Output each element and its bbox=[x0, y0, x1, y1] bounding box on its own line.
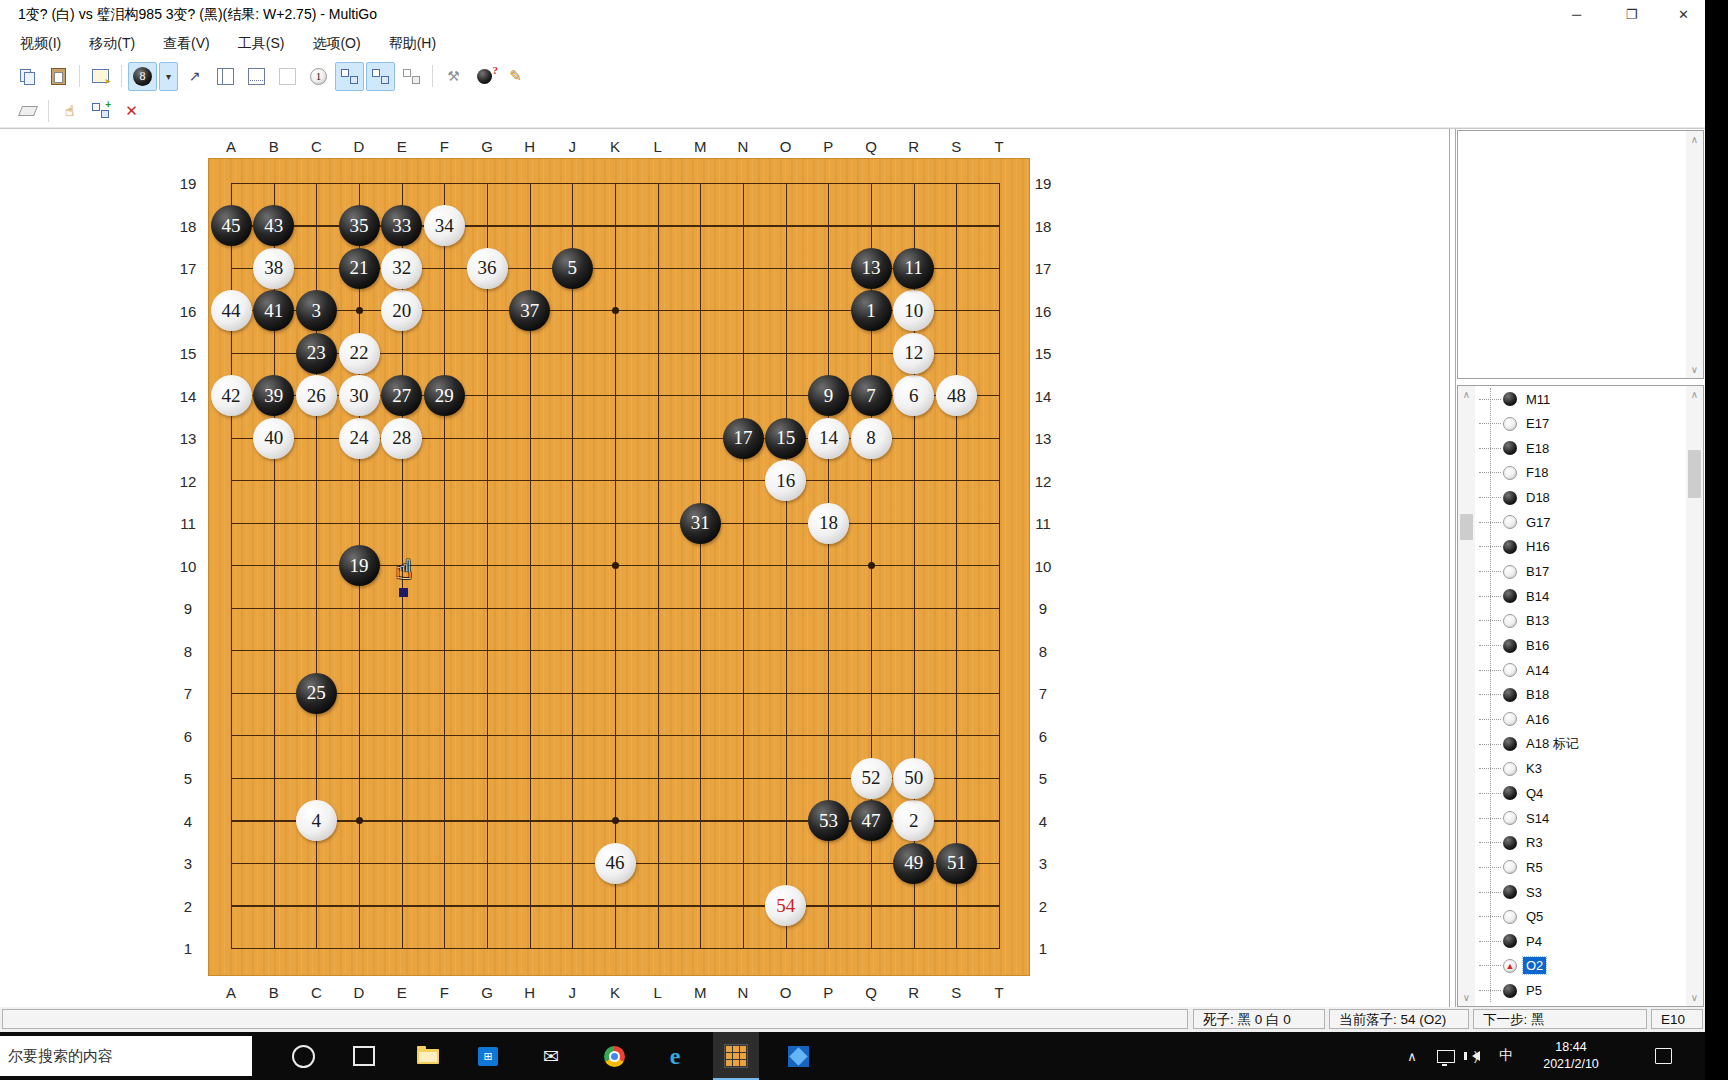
tree-connector bbox=[1479, 620, 1501, 621]
tree-move-label: Q4 bbox=[1523, 785, 1546, 802]
tree-connector bbox=[1479, 990, 1501, 991]
row-label-left-18: 18 bbox=[180, 217, 197, 234]
black-stone-icon bbox=[1503, 737, 1517, 751]
tools-icon: ⚒ bbox=[447, 68, 460, 84]
row-label-right-2: 2 bbox=[1039, 897, 1047, 914]
scroll-thumb[interactable] bbox=[1688, 450, 1701, 498]
status-filler bbox=[2, 1009, 1188, 1029]
tree-right-scrollbar[interactable]: ∧ ∨ bbox=[1686, 386, 1703, 1006]
col-label-bottom-R: R bbox=[908, 984, 919, 1001]
row-label-left-2: 2 bbox=[184, 897, 192, 914]
tree-connector bbox=[1479, 719, 1501, 720]
col-label-top-F: F bbox=[440, 138, 449, 155]
tree-move-label: M11 bbox=[1523, 391, 1553, 408]
col-label-bottom-D: D bbox=[354, 984, 365, 1001]
number-style-1-icon: 1 bbox=[310, 68, 327, 85]
copy-button[interactable] bbox=[13, 62, 42, 91]
row-label-left-7: 7 bbox=[184, 685, 192, 702]
col-label-bottom-J: J bbox=[569, 984, 577, 1001]
tree-move-M11[interactable]: M11 bbox=[1458, 388, 1553, 410]
jump-move-icon: ↗ bbox=[189, 68, 201, 84]
col-label-top-K: K bbox=[610, 138, 620, 155]
tree-move-A18[interactable]: A18 标记 bbox=[1458, 733, 1582, 755]
task-view-taskbar-button[interactable] bbox=[341, 1032, 387, 1080]
pane-blank-button[interactable] bbox=[273, 62, 302, 91]
tree-connector bbox=[1479, 546, 1501, 547]
multigo-window: 1变? (白) vs 璧泪构985 3变? (黑)(结果: W+2.75) - … bbox=[0, 0, 1728, 1080]
row-label-right-1: 1 bbox=[1039, 940, 1047, 957]
tree-connector bbox=[1479, 941, 1501, 942]
file-explorer-taskbar-button[interactable] bbox=[405, 1032, 451, 1080]
tree-connector bbox=[1479, 768, 1501, 769]
delete-node-button[interactable]: ✕ bbox=[117, 96, 146, 125]
row-label-left-11: 11 bbox=[180, 515, 196, 532]
tree-connector bbox=[1479, 842, 1501, 843]
col-label-bottom-T: T bbox=[994, 984, 1003, 1001]
scroll-up-icon[interactable]: ∧ bbox=[1686, 134, 1703, 145]
white-stone-icon bbox=[1503, 515, 1517, 529]
col-label-top-L: L bbox=[654, 138, 662, 155]
jump-move-button[interactable]: ↗ bbox=[180, 62, 209, 91]
tree-move-label: B16 bbox=[1523, 637, 1552, 654]
edit-brush-icon: ✎ bbox=[509, 67, 522, 85]
tree-move-label: S14 bbox=[1523, 810, 1552, 827]
row-label-right-8: 8 bbox=[1039, 642, 1047, 659]
status-current-move: 当前落子: 54 (O2) bbox=[1329, 1009, 1469, 1029]
menu-item-4[interactable]: 选项(O) bbox=[312, 35, 360, 53]
tree-move-label: E17 bbox=[1523, 415, 1552, 432]
mail-taskbar-button[interactable]: ✉ bbox=[528, 1032, 574, 1080]
white-stone-icon bbox=[1503, 860, 1517, 874]
col-label-top-E: E bbox=[397, 138, 407, 155]
black-stone-icon bbox=[1503, 934, 1517, 948]
tree-move-label: F18 bbox=[1523, 464, 1551, 481]
tree-move-Q4[interactable]: Q4 bbox=[1458, 782, 1546, 804]
edge-taskbar-button[interactable]: e bbox=[652, 1032, 698, 1080]
pane-comment-icon bbox=[248, 68, 265, 85]
copy-icon bbox=[20, 69, 35, 84]
tree-move-label: B14 bbox=[1523, 588, 1552, 605]
col-label-bottom-E: E bbox=[397, 984, 407, 1001]
tree-siblings-icon bbox=[341, 69, 358, 84]
tree-move-A14[interactable]: A14 bbox=[1458, 659, 1552, 681]
tree-move-label: P4 bbox=[1523, 933, 1545, 950]
row-label-left-9: 9 bbox=[184, 600, 192, 617]
black-stone-icon bbox=[1503, 688, 1517, 702]
scroll-down-icon[interactable]: ∨ bbox=[1686, 992, 1703, 1003]
tree-connector bbox=[1479, 399, 1501, 400]
col-label-bottom-L: L bbox=[654, 984, 662, 1001]
black-stone-icon bbox=[1503, 836, 1517, 850]
row-label-right-12: 12 bbox=[1035, 472, 1052, 489]
paste-button[interactable] bbox=[44, 62, 73, 91]
toolbar-main: 8▾↗1⚒?✎ bbox=[0, 58, 1728, 94]
tree-move-B13[interactable]: B13 bbox=[1458, 610, 1552, 632]
menu-item-0[interactable]: 视频(I) bbox=[20, 35, 61, 53]
tree-connector bbox=[1479, 867, 1501, 868]
tree-structure-button[interactable] bbox=[397, 62, 426, 91]
row-label-left-10: 10 bbox=[180, 557, 197, 574]
col-label-bottom-N: N bbox=[738, 984, 749, 1001]
tree-move-P4[interactable]: P4 bbox=[1458, 930, 1545, 952]
add-node-button[interactable]: + bbox=[86, 96, 115, 125]
col-label-bottom-K: K bbox=[610, 984, 620, 1001]
guess-mode-icon: ? bbox=[477, 69, 492, 84]
tree-move-label: A18 标记 bbox=[1523, 734, 1582, 754]
multigo-taskbar-button[interactable] bbox=[713, 1032, 759, 1080]
tree-move-label: S3 bbox=[1523, 884, 1545, 901]
notification-center-icon[interactable] bbox=[1648, 1032, 1678, 1080]
go-board[interactable] bbox=[208, 158, 1030, 976]
tree-move-Q5[interactable]: Q5 bbox=[1458, 906, 1546, 928]
row-label-left-19: 19 bbox=[180, 175, 197, 192]
tree-connector bbox=[1479, 448, 1501, 449]
tree-structure-icon bbox=[403, 69, 420, 84]
paste-icon bbox=[51, 68, 66, 85]
tree-children-icon bbox=[372, 69, 389, 84]
col-label-top-N: N bbox=[738, 138, 749, 155]
black-stone-icon bbox=[1503, 491, 1517, 505]
toolbar-separator bbox=[48, 100, 49, 122]
col-label-bottom-O: O bbox=[780, 984, 792, 1001]
col-label-bottom-M: M bbox=[694, 984, 707, 1001]
black-stone-icon bbox=[1503, 984, 1517, 998]
edit-brush-button[interactable]: ✎ bbox=[501, 62, 530, 91]
guess-mode-button[interactable]: ? bbox=[470, 62, 499, 91]
row-label-right-6: 6 bbox=[1039, 727, 1047, 744]
cortana-icon bbox=[292, 1045, 315, 1068]
minimize-button[interactable]: ─ bbox=[1553, 0, 1600, 30]
col-label-top-T: T bbox=[994, 138, 1003, 155]
status-next-player: 下一步: 黑 bbox=[1473, 1009, 1647, 1029]
col-label-top-P: P bbox=[823, 138, 833, 155]
tree-move-label: Q5 bbox=[1523, 908, 1546, 925]
tree-move-B16[interactable]: B16 bbox=[1458, 635, 1552, 657]
white-stone-icon bbox=[1503, 466, 1517, 480]
col-label-top-S: S bbox=[951, 138, 961, 155]
pane-blank-icon bbox=[279, 68, 296, 85]
photos-taskbar-button[interactable] bbox=[775, 1032, 821, 1080]
row-label-left-16: 16 bbox=[180, 302, 197, 319]
white-stone-icon bbox=[1503, 565, 1517, 579]
col-label-bottom-H: H bbox=[524, 984, 535, 1001]
white-stone-icon bbox=[1503, 614, 1517, 628]
tree-move-H16[interactable]: H16 bbox=[1458, 536, 1553, 558]
menu-bar: 视频(I)移动(T)查看(V)工具(S)选项(O)帮助(H) bbox=[0, 30, 1728, 58]
hidden-icons-chevron[interactable]: ∧ bbox=[1398, 1032, 1426, 1080]
row-label-right-18: 18 bbox=[1035, 217, 1052, 234]
row-label-left-12: 12 bbox=[180, 472, 197, 489]
taskbar: 尔要搜索的内容 ⊞✉e ∧ 中 18:44 2021/2/10 bbox=[0, 1032, 1728, 1080]
row-label-left-6: 6 bbox=[184, 727, 192, 744]
toolbar-separator bbox=[79, 65, 80, 87]
row-label-right-9: 9 bbox=[1039, 600, 1047, 617]
file-explorer-icon bbox=[417, 1049, 439, 1064]
tree-move-O2[interactable]: ▲O2 bbox=[1458, 955, 1546, 977]
tools-button[interactable]: ⚒ bbox=[439, 62, 468, 91]
black-stone-icon bbox=[1503, 441, 1517, 455]
multigo-icon bbox=[724, 1044, 748, 1068]
tree-siblings-button[interactable] bbox=[335, 62, 364, 91]
menu-item-1[interactable]: 移动(T) bbox=[89, 35, 135, 53]
white-stone-icon bbox=[1503, 417, 1517, 431]
row-label-right-3: 3 bbox=[1039, 855, 1047, 872]
col-label-top-M: M bbox=[694, 138, 707, 155]
chevron-up-icon: ∧ bbox=[1407, 1049, 1417, 1064]
network-icon[interactable] bbox=[1432, 1032, 1460, 1080]
white-stone-icon bbox=[1503, 910, 1517, 924]
tree-connector bbox=[1479, 423, 1501, 424]
pane-board-button[interactable] bbox=[211, 62, 240, 91]
menu-item-5[interactable]: 帮助(H) bbox=[389, 35, 436, 53]
hand-tool-button[interactable]: ☝ bbox=[55, 96, 84, 125]
tree-connector bbox=[1479, 793, 1501, 794]
number-style-1-button[interactable]: 1 bbox=[304, 62, 333, 91]
screen-edge-black-strip bbox=[1705, 0, 1728, 1080]
client-area: AABBCCDDEEFFGGHHJJKKLLMMNNOOPPQQRRSSTT19… bbox=[0, 128, 1728, 1007]
tree-connector bbox=[1479, 571, 1501, 572]
tree-move-label: H16 bbox=[1523, 538, 1553, 555]
grid-lines bbox=[231, 183, 1000, 949]
status-hover-coord: E10 bbox=[1651, 1009, 1703, 1029]
volume-icon[interactable] bbox=[1462, 1032, 1490, 1080]
col-label-top-O: O bbox=[780, 138, 792, 155]
col-label-top-C: C bbox=[311, 138, 322, 155]
col-label-bottom-A: A bbox=[226, 984, 236, 1001]
search-text: 尔要搜索的内容 bbox=[8, 1047, 113, 1066]
tree-connector bbox=[1479, 497, 1501, 498]
cortana-taskbar-button[interactable] bbox=[280, 1032, 326, 1080]
task-view-icon bbox=[353, 1046, 375, 1066]
tree-move-R5[interactable]: R5 bbox=[1458, 856, 1546, 878]
tree-connector bbox=[1479, 965, 1501, 966]
menu-item-2[interactable]: 查看(V) bbox=[163, 35, 210, 53]
tree-move-K3[interactable]: K3 bbox=[1458, 758, 1545, 780]
tree-move-label: B17 bbox=[1523, 563, 1552, 580]
board-panel: AABBCCDDEEFFGGHHJJKKLLMMNNOOPPQQRRSSTT19… bbox=[0, 129, 1449, 1007]
white-stone-icon bbox=[1503, 811, 1517, 825]
col-label-top-B: B bbox=[269, 138, 279, 155]
tree-move-label: R5 bbox=[1523, 859, 1546, 876]
col-label-bottom-S: S bbox=[951, 984, 961, 1001]
tree-connector bbox=[1479, 596, 1501, 597]
row-label-right-11: 11 bbox=[1035, 515, 1051, 532]
splitter-line2 bbox=[1455, 129, 1456, 1007]
col-label-top-Q: Q bbox=[865, 138, 877, 155]
row-label-right-4: 4 bbox=[1039, 812, 1047, 829]
row-label-left-15: 15 bbox=[180, 345, 197, 362]
move-number-stone-button[interactable]: 8 bbox=[128, 62, 157, 91]
tree-move-label: P5 bbox=[1523, 982, 1545, 999]
col-label-bottom-B: B bbox=[269, 984, 279, 1001]
col-label-top-D: D bbox=[354, 138, 365, 155]
col-label-bottom-F: F bbox=[440, 984, 449, 1001]
menu-item-3[interactable]: 工具(S) bbox=[238, 35, 285, 53]
edge-icon: e bbox=[670, 1043, 681, 1070]
row-label-right-7: 7 bbox=[1039, 685, 1047, 702]
col-label-bottom-G: G bbox=[481, 984, 493, 1001]
scroll-down-icon[interactable]: ∨ bbox=[1686, 364, 1703, 375]
chrome-icon bbox=[604, 1046, 625, 1067]
eraser-button[interactable] bbox=[13, 96, 42, 125]
eraser-icon bbox=[17, 106, 37, 116]
black-stone-icon bbox=[1503, 589, 1517, 603]
row-label-left-4: 4 bbox=[184, 812, 192, 829]
pane-comment-button[interactable] bbox=[242, 62, 271, 91]
tree-move-label: G17 bbox=[1523, 514, 1554, 531]
tree-move-S14[interactable]: S14 bbox=[1458, 807, 1552, 829]
tree-move-label: E18 bbox=[1523, 440, 1552, 457]
col-label-top-G: G bbox=[481, 138, 493, 155]
col-label-bottom-P: P bbox=[823, 984, 833, 1001]
tree-connector bbox=[1479, 670, 1501, 671]
tree-move-P5[interactable]: P5 bbox=[1458, 980, 1545, 1002]
row-label-right-5: 5 bbox=[1039, 770, 1047, 787]
row-label-right-16: 16 bbox=[1035, 302, 1052, 319]
black-stone-icon bbox=[1503, 786, 1517, 800]
move-number-dropdown-icon: ▾ bbox=[166, 71, 171, 82]
toolbar-edit: ☝+✕ bbox=[0, 94, 1728, 128]
taskbar-clock[interactable]: 18:44 2021/2/10 bbox=[1528, 1039, 1614, 1073]
toolbar-separator bbox=[121, 65, 122, 87]
mail-icon: ✉ bbox=[543, 1045, 559, 1068]
tree-move-label: B18 bbox=[1523, 686, 1552, 703]
row-label-left-17: 17 bbox=[180, 260, 197, 277]
row-label-left-13: 13 bbox=[180, 430, 197, 447]
row-label-right-13: 13 bbox=[1035, 430, 1052, 447]
scroll-up-icon[interactable]: ∧ bbox=[1686, 389, 1703, 400]
row-label-left-14: 14 bbox=[180, 387, 197, 404]
window-title: 1变? (白) vs 璧泪构985 3变? (黑)(结果: W+2.75) - … bbox=[18, 6, 377, 24]
tree-move-label: A14 bbox=[1523, 662, 1552, 679]
tree-move-S3[interactable]: S3 bbox=[1458, 881, 1545, 903]
row-label-right-10: 10 bbox=[1035, 557, 1052, 574]
black-stone-icon bbox=[1503, 885, 1517, 899]
row-label-left-3: 3 bbox=[184, 855, 192, 872]
store-icon: ⊞ bbox=[478, 1047, 498, 1066]
tree-move-E18[interactable]: E18 bbox=[1458, 437, 1552, 459]
tree-move-E17[interactable]: E17 bbox=[1458, 413, 1552, 435]
row-label-right-17: 17 bbox=[1035, 260, 1052, 277]
splitter-line[interactable] bbox=[1449, 129, 1450, 1007]
col-label-top-A: A bbox=[226, 138, 236, 155]
tree-move-D18[interactable]: D18 bbox=[1458, 487, 1553, 509]
tree-connector bbox=[1479, 744, 1501, 745]
row-label-right-14: 14 bbox=[1035, 387, 1052, 404]
row-label-right-19: 19 bbox=[1035, 175, 1052, 192]
tree-move-B17[interactable]: B17 bbox=[1458, 561, 1552, 583]
game-info-button[interactable] bbox=[86, 62, 115, 91]
tree-move-label: A16 bbox=[1523, 711, 1552, 728]
add-node-icon: + bbox=[92, 103, 109, 118]
clock-time: 18:44 bbox=[1528, 1039, 1614, 1056]
tree-move-B14[interactable]: B14 bbox=[1458, 585, 1552, 607]
close-button[interactable]: ✕ bbox=[1660, 0, 1707, 30]
tree-children-button[interactable] bbox=[366, 62, 395, 91]
tree-connector bbox=[1479, 916, 1501, 917]
tree-move-A16[interactable]: A16 bbox=[1458, 708, 1552, 730]
tree-move-G17[interactable]: G17 bbox=[1458, 511, 1554, 533]
tree-move-label: D18 bbox=[1523, 489, 1553, 506]
ime-indicator[interactable]: 中 bbox=[1492, 1032, 1520, 1080]
title-bar: 1变? (白) vs 璧泪构985 3变? (黑)(结果: W+2.75) - … bbox=[0, 0, 1728, 30]
col-label-top-H: H bbox=[524, 138, 535, 155]
row-label-right-15: 15 bbox=[1035, 345, 1052, 362]
maximize-button[interactable]: ❐ bbox=[1608, 0, 1655, 30]
black-stone-icon bbox=[1503, 392, 1517, 406]
row-label-left-8: 8 bbox=[184, 642, 192, 659]
delete-node-icon: ✕ bbox=[125, 102, 138, 120]
black-stone-icon bbox=[1503, 639, 1517, 653]
photos-icon bbox=[788, 1046, 809, 1067]
tree-connector bbox=[1479, 892, 1501, 893]
white-stone-icon bbox=[1503, 762, 1517, 776]
pane-board-icon bbox=[217, 68, 234, 85]
move-tree-panel[interactable]: ∧ ∨ ∧ ∨ M11E17E18F18D18G17H16B17B14B13B1… bbox=[1457, 385, 1704, 1007]
row-label-left-5: 5 bbox=[184, 770, 192, 787]
hand-tool-icon: ☝ bbox=[65, 102, 74, 120]
white-stone-icon: ▲ bbox=[1503, 959, 1517, 973]
row-label-left-1: 1 bbox=[184, 940, 192, 957]
tree-connector bbox=[1479, 472, 1501, 473]
comment-panel[interactable]: ∧ ∨ bbox=[1457, 130, 1704, 379]
move-number-dropdown-button[interactable]: ▾ bbox=[159, 62, 178, 91]
tree-move-B18[interactable]: B18 bbox=[1458, 684, 1552, 706]
taskbar-search[interactable]: 尔要搜索的内容 bbox=[0, 1036, 252, 1076]
clock-date: 2021/2/10 bbox=[1528, 1056, 1614, 1073]
status-bar: 死子: 黑 0 白 0 当前落子: 54 (O2) 下一步: 黑 E10 bbox=[0, 1007, 1728, 1032]
col-label-top-J: J bbox=[569, 138, 577, 155]
chrome-taskbar-button[interactable] bbox=[591, 1032, 637, 1080]
tree-connector bbox=[1479, 818, 1501, 819]
tree-connector bbox=[1479, 645, 1501, 646]
game-info-icon bbox=[92, 69, 109, 83]
white-stone-icon bbox=[1503, 663, 1517, 677]
tree-move-label: K3 bbox=[1523, 760, 1545, 777]
move-number-stone-icon: 8 bbox=[133, 67, 152, 86]
tree-move-R3[interactable]: R3 bbox=[1458, 832, 1546, 854]
tree-move-label: R3 bbox=[1523, 834, 1546, 851]
col-label-top-R: R bbox=[908, 138, 919, 155]
black-stone-icon bbox=[1503, 540, 1517, 554]
col-label-bottom-C: C bbox=[311, 984, 322, 1001]
col-label-bottom-Q: Q bbox=[865, 984, 877, 1001]
tree-move-label: O2 bbox=[1523, 957, 1546, 974]
toolbar-separator bbox=[432, 65, 433, 87]
white-stone-icon bbox=[1503, 712, 1517, 726]
tree-move-F18[interactable]: F18 bbox=[1458, 462, 1551, 484]
store-taskbar-button[interactable]: ⊞ bbox=[465, 1032, 511, 1080]
tree-connector bbox=[1479, 694, 1501, 695]
status-captures: 死子: 黑 0 白 0 bbox=[1193, 1009, 1325, 1029]
comment-scrollbar[interactable]: ∧ ∨ bbox=[1686, 131, 1703, 378]
tree-move-label: B13 bbox=[1523, 612, 1552, 629]
tree-connector bbox=[1479, 522, 1501, 523]
